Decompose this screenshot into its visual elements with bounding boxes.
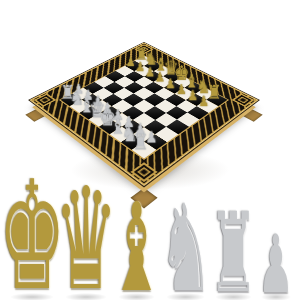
pawn-icon: ♟ xyxy=(258,232,294,298)
showcase-silver-rook: ♜ xyxy=(212,208,255,298)
showcase-gold-king: ♚ xyxy=(6,175,58,298)
showcase-gold-bishop: ♝ xyxy=(114,198,159,298)
piece-silver-r: ♜ xyxy=(132,131,146,153)
showcase-piece-row: ♚♛♝♞♜♟ xyxy=(6,168,294,298)
knight-icon: ♞ xyxy=(159,200,213,298)
rook-icon: ♜ xyxy=(209,208,258,298)
product-photo: ♜♞♝♛♚♝♞♜♟♟♟♟♟♟♟♟♟♟♟♟♟♟♟♟♜♞♝♛♚♝♞♜ ♚♛♝♞♜♟ xyxy=(0,0,300,300)
piece-gold-p: ♟ xyxy=(198,94,211,108)
bishop-icon: ♝ xyxy=(109,198,164,298)
showcase-silver-knight: ♞ xyxy=(162,200,209,298)
queen-icon: ♛ xyxy=(54,182,117,298)
showcase-gold-queen: ♛ xyxy=(61,182,111,298)
showcase-silver-pawn: ♟ xyxy=(258,232,294,298)
